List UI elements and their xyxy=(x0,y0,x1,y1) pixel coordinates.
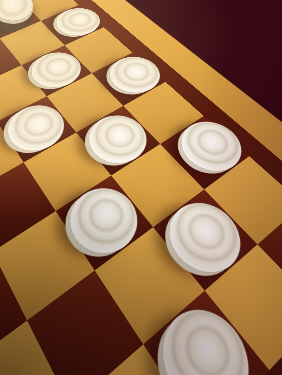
board-frame xyxy=(0,0,282,375)
checkers-board-photo xyxy=(0,0,282,375)
